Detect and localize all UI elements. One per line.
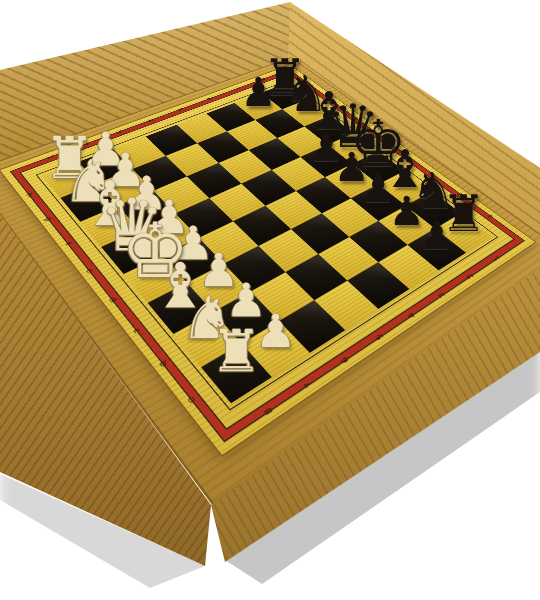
black-pawn-a7[interactable]: ♟ xyxy=(419,214,455,254)
white-rook-a1[interactable]: ♜ xyxy=(210,322,262,380)
chess-box-photo: a1b2c3d4e5f6g7h81827364554637281 ♜♞♝♚♛♝♞… xyxy=(0,0,540,600)
black-pawn-h7[interactable]: ♟ xyxy=(240,72,276,112)
